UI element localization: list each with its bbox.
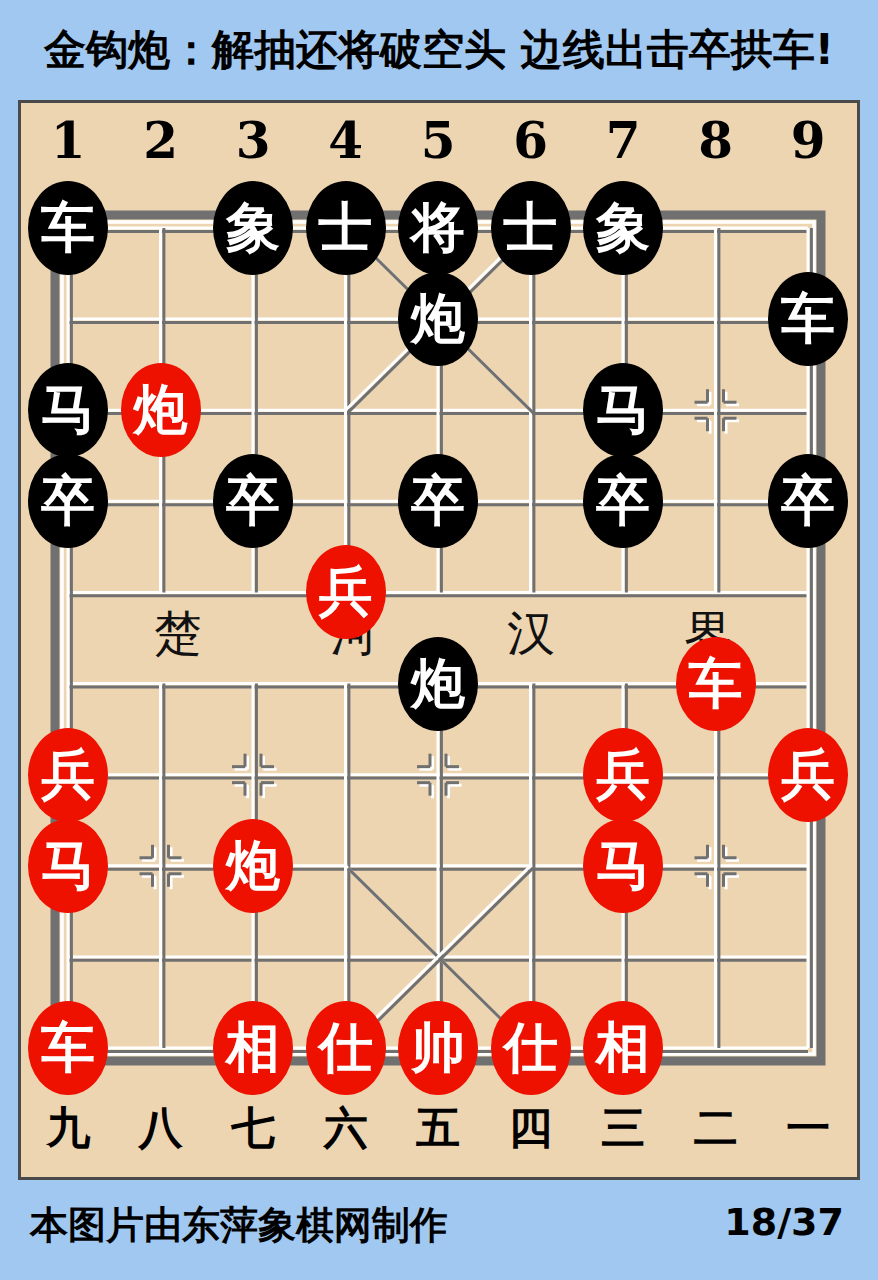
point-4-2 bbox=[299, 274, 392, 365]
point-7-1: 象 bbox=[577, 182, 670, 273]
point-9-3 bbox=[762, 365, 855, 456]
credit-text: 本图片由东萍象棋网制作 bbox=[30, 1200, 448, 1251]
file-label-bottom-8: 二 bbox=[670, 1099, 763, 1158]
piece-black-车[interactable]: 车 bbox=[768, 272, 848, 366]
piece-black-马[interactable]: 马 bbox=[583, 363, 663, 457]
point-5-8 bbox=[392, 820, 485, 911]
point-2-10 bbox=[114, 1002, 207, 1093]
point-4-1: 士 bbox=[299, 182, 392, 273]
point-1-3: 马 bbox=[22, 365, 115, 456]
point-8-4 bbox=[669, 456, 762, 547]
point-6-10: 仕 bbox=[484, 1002, 577, 1093]
point-3-5 bbox=[207, 547, 300, 638]
point-9-6 bbox=[762, 638, 855, 729]
piece-black-炮[interactable]: 炮 bbox=[398, 272, 478, 366]
point-4-3 bbox=[299, 365, 392, 456]
point-6-9 bbox=[484, 911, 577, 1002]
point-5-6: 炮 bbox=[392, 638, 485, 729]
point-4-8 bbox=[299, 820, 392, 911]
point-5-5 bbox=[392, 547, 485, 638]
file-label-top-1: 1 bbox=[22, 111, 115, 170]
point-3-3 bbox=[207, 365, 300, 456]
file-label-bottom-2: 八 bbox=[115, 1099, 208, 1158]
piece-red-炮[interactable]: 炮 bbox=[213, 819, 293, 913]
caption-bar: 本图片由东萍象棋网制作 18/37 bbox=[0, 1180, 878, 1280]
point-6-6 bbox=[484, 638, 577, 729]
point-3-9 bbox=[207, 911, 300, 1002]
point-4-9 bbox=[299, 911, 392, 1002]
point-7-3: 马 bbox=[577, 365, 670, 456]
file-numbers-bottom: 九八七六五四三二一 bbox=[22, 1099, 855, 1158]
point-3-10: 相 bbox=[207, 1002, 300, 1093]
xiangqi-board: 123456789 楚 河 汉 界 车象士将士象炮车马炮马卒卒卒卒卒兵炮车兵兵兵… bbox=[18, 100, 860, 1180]
file-label-top-3: 3 bbox=[207, 111, 300, 170]
point-5-9 bbox=[392, 911, 485, 1002]
puzzle-title: 金钩炮：解抽还将破空头 边线出击卒拱车! bbox=[0, 0, 878, 100]
point-9-10 bbox=[762, 1002, 855, 1093]
piece-black-将[interactable]: 将 bbox=[398, 181, 478, 275]
piece-black-象[interactable]: 象 bbox=[583, 181, 663, 275]
piece-black-卒[interactable]: 卒 bbox=[398, 454, 478, 548]
point-2-3: 炮 bbox=[114, 365, 207, 456]
piece-red-兵[interactable]: 兵 bbox=[306, 545, 386, 639]
piece-black-车[interactable]: 车 bbox=[28, 181, 108, 275]
piece-black-卒[interactable]: 卒 bbox=[583, 454, 663, 548]
point-2-2 bbox=[114, 274, 207, 365]
file-label-top-8: 8 bbox=[670, 111, 763, 170]
point-8-6: 车 bbox=[669, 638, 762, 729]
piece-red-兵[interactable]: 兵 bbox=[768, 728, 848, 822]
point-1-8: 马 bbox=[22, 820, 115, 911]
point-5-7 bbox=[392, 729, 485, 820]
piece-black-卒[interactable]: 卒 bbox=[213, 454, 293, 548]
point-8-2 bbox=[669, 274, 762, 365]
point-1-7: 兵 bbox=[22, 729, 115, 820]
point-8-3 bbox=[669, 365, 762, 456]
piece-black-士[interactable]: 士 bbox=[306, 181, 386, 275]
point-9-7: 兵 bbox=[762, 729, 855, 820]
piece-black-象[interactable]: 象 bbox=[213, 181, 293, 275]
point-2-6 bbox=[114, 638, 207, 729]
point-6-7 bbox=[484, 729, 577, 820]
point-8-9 bbox=[669, 911, 762, 1002]
point-4-7 bbox=[299, 729, 392, 820]
point-9-5 bbox=[762, 547, 855, 638]
page-indicator: 18/37 bbox=[724, 1200, 844, 1244]
piece-red-马[interactable]: 马 bbox=[583, 819, 663, 913]
point-9-1 bbox=[762, 182, 855, 273]
piece-red-仕[interactable]: 仕 bbox=[306, 1001, 386, 1095]
piece-black-卒[interactable]: 卒 bbox=[768, 454, 848, 548]
piece-red-相[interactable]: 相 bbox=[213, 1001, 293, 1095]
piece-red-兵[interactable]: 兵 bbox=[28, 728, 108, 822]
point-5-2: 炮 bbox=[392, 274, 485, 365]
point-2-9 bbox=[114, 911, 207, 1002]
file-label-bottom-9: 一 bbox=[762, 1099, 855, 1158]
piece-red-兵[interactable]: 兵 bbox=[583, 728, 663, 822]
point-9-4: 卒 bbox=[762, 456, 855, 547]
file-label-top-2: 2 bbox=[115, 111, 208, 170]
file-label-bottom-6: 四 bbox=[485, 1099, 578, 1158]
piece-black-马[interactable]: 马 bbox=[28, 363, 108, 457]
point-1-6 bbox=[22, 638, 115, 729]
point-9-2: 车 bbox=[762, 274, 855, 365]
point-1-2 bbox=[22, 274, 115, 365]
point-4-10: 仕 bbox=[299, 1002, 392, 1093]
point-3-2 bbox=[207, 274, 300, 365]
point-7-2 bbox=[577, 274, 670, 365]
file-label-bottom-5: 五 bbox=[392, 1099, 485, 1158]
point-8-5 bbox=[669, 547, 762, 638]
file-label-top-5: 5 bbox=[392, 111, 485, 170]
point-9-8 bbox=[762, 820, 855, 911]
file-label-top-6: 6 bbox=[485, 111, 578, 170]
point-6-2 bbox=[484, 274, 577, 365]
point-6-8 bbox=[484, 820, 577, 911]
file-label-top-7: 7 bbox=[577, 111, 670, 170]
point-7-5 bbox=[577, 547, 670, 638]
point-9-9 bbox=[762, 911, 855, 1002]
point-2-7 bbox=[114, 729, 207, 820]
point-8-7 bbox=[669, 729, 762, 820]
point-3-1: 象 bbox=[207, 182, 300, 273]
file-label-bottom-4: 六 bbox=[300, 1099, 393, 1158]
point-1-5 bbox=[22, 547, 115, 638]
point-6-5 bbox=[484, 547, 577, 638]
point-7-9 bbox=[577, 911, 670, 1002]
point-7-4: 卒 bbox=[577, 456, 670, 547]
piece-red-车[interactable]: 车 bbox=[28, 1001, 108, 1095]
point-2-5 bbox=[114, 547, 207, 638]
point-3-6 bbox=[207, 638, 300, 729]
point-7-6 bbox=[577, 638, 670, 729]
point-1-1: 车 bbox=[22, 182, 115, 273]
point-7-8: 马 bbox=[577, 820, 670, 911]
point-1-4: 卒 bbox=[22, 456, 115, 547]
point-6-1: 士 bbox=[484, 182, 577, 273]
board-intersections: 车象士将士象炮车马炮马卒卒卒卒卒兵炮车兵兵兵马炮马车相仕帅仕相 bbox=[22, 182, 855, 1093]
point-6-3 bbox=[484, 365, 577, 456]
point-5-10: 帅 bbox=[392, 1002, 485, 1093]
file-label-bottom-1: 九 bbox=[22, 1099, 115, 1158]
point-5-1: 将 bbox=[392, 182, 485, 273]
point-1-9 bbox=[22, 911, 115, 1002]
point-3-4: 卒 bbox=[207, 456, 300, 547]
point-5-4: 卒 bbox=[392, 456, 485, 547]
piece-red-炮[interactable]: 炮 bbox=[121, 363, 201, 457]
piece-black-士[interactable]: 士 bbox=[491, 181, 571, 275]
piece-red-帅[interactable]: 帅 bbox=[398, 1001, 478, 1095]
file-numbers-top: 123456789 bbox=[22, 111, 855, 170]
file-label-bottom-3: 七 bbox=[207, 1099, 300, 1158]
point-2-4 bbox=[114, 456, 207, 547]
point-3-8: 炮 bbox=[207, 820, 300, 911]
point-7-10: 相 bbox=[577, 1002, 670, 1093]
point-4-6 bbox=[299, 638, 392, 729]
point-8-1 bbox=[669, 182, 762, 273]
point-4-4 bbox=[299, 456, 392, 547]
piece-red-仕[interactable]: 仕 bbox=[491, 1001, 571, 1095]
piece-red-相[interactable]: 相 bbox=[583, 1001, 663, 1095]
point-3-7 bbox=[207, 729, 300, 820]
point-5-3 bbox=[392, 365, 485, 456]
point-7-7: 兵 bbox=[577, 729, 670, 820]
point-1-10: 车 bbox=[22, 1002, 115, 1093]
point-8-8 bbox=[669, 820, 762, 911]
piece-black-炮[interactable]: 炮 bbox=[398, 637, 478, 731]
point-2-1 bbox=[114, 182, 207, 273]
piece-red-车[interactable]: 车 bbox=[676, 637, 756, 731]
file-label-bottom-7: 三 bbox=[577, 1099, 670, 1158]
piece-red-马[interactable]: 马 bbox=[28, 819, 108, 913]
point-2-8 bbox=[114, 820, 207, 911]
file-label-top-4: 4 bbox=[300, 111, 393, 170]
file-label-top-9: 9 bbox=[762, 111, 855, 170]
point-8-10 bbox=[669, 1002, 762, 1093]
point-6-4 bbox=[484, 456, 577, 547]
point-4-5: 兵 bbox=[299, 547, 392, 638]
piece-black-卒[interactable]: 卒 bbox=[28, 454, 108, 548]
